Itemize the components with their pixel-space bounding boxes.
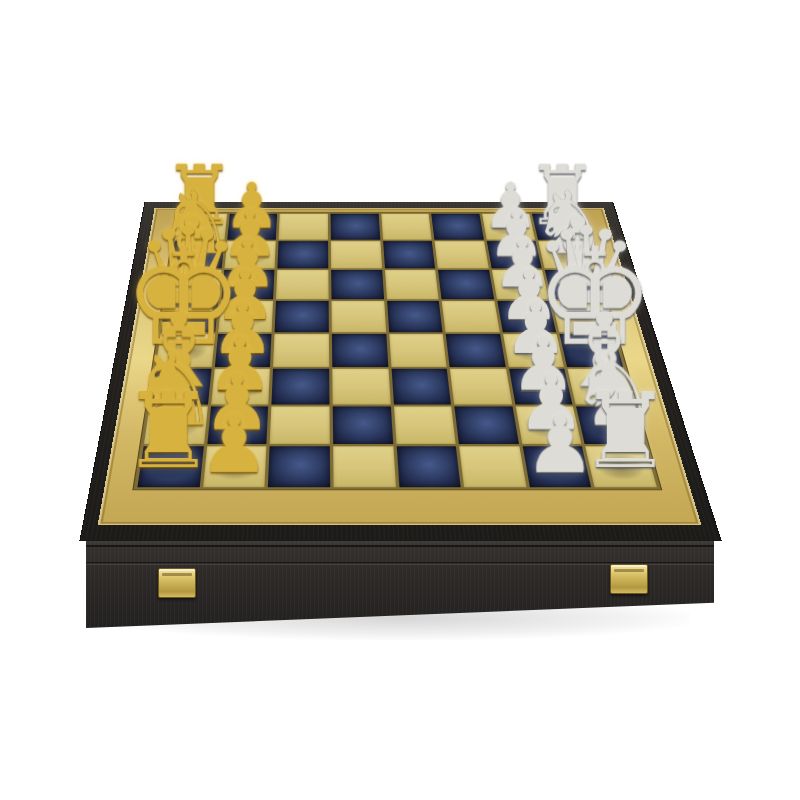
square-r6c3[interactable] [272,369,330,404]
chess-board: ♜♟♟♜♞♟♟♞♝♟♟♝♛♟♟♛♚♟♟♚♝♟♟♝♞♟♟♞♜♟♟♜ [134,212,661,489]
square-r8c8[interactable]: ♜ [586,446,657,487]
piece-gold-pawn[interactable]: ♟ [198,405,269,484]
square-r8c1[interactable]: ♜ [137,446,203,487]
square-r2c6[interactable] [435,241,489,268]
square-r6c4[interactable] [332,369,390,404]
case-lid-top: ♜♟♟♜♞♟♟♞♝♟♟♝♛♟♟♛♚♟♟♚♝♟♟♝♞♟♟♞♜♟♟♜ [81,202,721,540]
square-r7c3[interactable] [270,406,330,444]
square-r7c6[interactable] [454,406,518,444]
square-r3c4[interactable] [331,270,384,299]
square-r4c3[interactable] [275,301,329,332]
square-r8c4[interactable] [333,446,395,487]
square-r7c4[interactable] [333,406,393,444]
square-r3c6[interactable] [438,270,494,299]
brass-board-frame: ♜♟♟♜♞♟♟♞♝♟♟♝♛♟♟♛♚♟♟♚♝♟♟♝♞♟♟♞♜♟♟♜ [98,208,702,526]
square-r5c6[interactable] [446,334,506,367]
square-r5c3[interactable] [273,334,329,367]
square-r7c5[interactable] [394,406,456,444]
square-r4c4[interactable] [331,301,385,332]
piece-silver-rook[interactable]: ♜ [578,380,671,484]
square-r2c3[interactable] [278,241,329,268]
square-r1c3[interactable] [279,214,328,240]
chess-set-photo: ♜♟♟♜♞♟♟♞♝♟♟♝♛♟♟♛♚♟♟♚♝♟♟♝♞♟♟♞♜♟♟♜ [0,0,800,800]
square-r8c6[interactable] [459,446,526,487]
square-r2c5[interactable] [383,241,435,268]
square-r8c5[interactable] [396,446,461,487]
square-r2c4[interactable] [331,241,382,268]
square-r3c3[interactable] [276,270,328,299]
square-r5c4[interactable] [332,334,388,367]
square-r3c5[interactable] [385,270,439,299]
square-r5c5[interactable] [389,334,447,367]
square-r6c5[interactable] [391,369,451,404]
square-r4c6[interactable] [442,301,500,332]
square-r8c3[interactable] [268,446,330,487]
square-r1c5[interactable] [381,214,432,240]
square-r4c5[interactable] [387,301,443,332]
square-r1c4[interactable] [330,214,379,240]
square-r8c2[interactable]: ♟ [203,446,267,487]
square-r6c6[interactable] [450,369,512,404]
square-r1c6[interactable] [431,214,483,240]
